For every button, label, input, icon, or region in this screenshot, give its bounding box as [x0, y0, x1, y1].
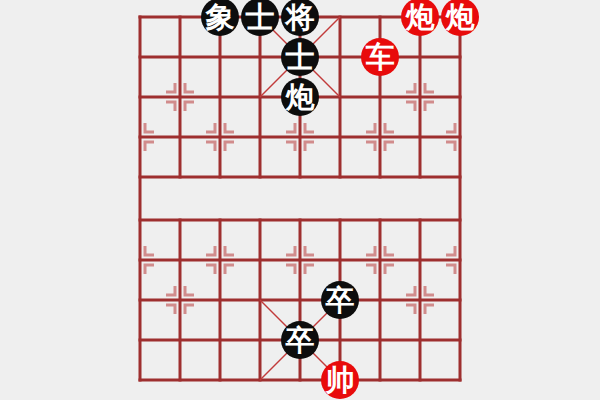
- piece-black-elephant[interactable]: 象: [201, 0, 239, 36]
- piece-red-cannon-2[interactable]: 炮: [441, 0, 479, 36]
- piece-black-advisor-2[interactable]: 士: [281, 38, 319, 76]
- piece-black-general[interactable]: 将: [281, 0, 319, 36]
- piece-black-advisor-1[interactable]: 士: [241, 0, 279, 36]
- piece-red-chariot[interactable]: 车: [361, 38, 399, 76]
- piece-red-cannon-1[interactable]: 炮: [401, 0, 439, 36]
- piece-black-cannon[interactable]: 炮: [281, 78, 319, 116]
- xiangqi-board: 象士将炮炮士车炮卒卒帅: [0, 0, 600, 400]
- piece-black-soldier-1[interactable]: 卒: [321, 281, 359, 319]
- piece-black-soldier-2[interactable]: 卒: [281, 321, 319, 359]
- piece-layer: 象士将炮炮士车炮卒卒帅: [120, 0, 480, 400]
- piece-red-general[interactable]: 帅: [321, 361, 359, 399]
